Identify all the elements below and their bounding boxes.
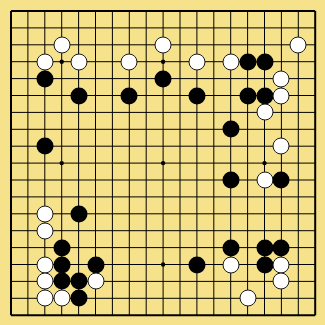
star-point xyxy=(262,161,266,165)
white-stone[interactable] xyxy=(121,53,138,70)
black-stone[interactable] xyxy=(53,273,70,290)
black-stone[interactable] xyxy=(273,239,290,256)
white-stone[interactable] xyxy=(273,138,290,155)
black-stone[interactable] xyxy=(70,205,87,222)
white-stone[interactable] xyxy=(36,290,53,307)
black-stone[interactable] xyxy=(188,256,205,273)
black-stone[interactable] xyxy=(121,87,138,104)
white-stone[interactable] xyxy=(53,290,70,307)
black-stone[interactable] xyxy=(70,273,87,290)
black-stone[interactable] xyxy=(256,256,273,273)
star-point xyxy=(60,60,64,64)
white-stone[interactable] xyxy=(70,53,87,70)
white-stone[interactable] xyxy=(188,53,205,70)
black-stone[interactable] xyxy=(222,121,239,138)
black-stone[interactable] xyxy=(188,87,205,104)
white-stone[interactable] xyxy=(36,222,53,239)
white-stone[interactable] xyxy=(273,87,290,104)
black-stone[interactable] xyxy=(239,87,256,104)
white-stone[interactable] xyxy=(36,205,53,222)
black-stone[interactable] xyxy=(256,239,273,256)
white-stone[interactable] xyxy=(290,36,307,53)
white-stone[interactable] xyxy=(239,290,256,307)
black-stone[interactable] xyxy=(87,256,104,273)
black-stone[interactable] xyxy=(239,53,256,70)
black-stone[interactable] xyxy=(273,172,290,189)
black-stone[interactable] xyxy=(36,70,53,87)
star-point xyxy=(161,60,165,64)
star-point xyxy=(161,262,165,266)
white-stone[interactable] xyxy=(222,53,239,70)
white-stone[interactable] xyxy=(87,273,104,290)
white-stone[interactable] xyxy=(222,256,239,273)
white-stone[interactable] xyxy=(273,273,290,290)
black-stone[interactable] xyxy=(256,53,273,70)
white-stone[interactable] xyxy=(36,273,53,290)
white-stone[interactable] xyxy=(273,256,290,273)
black-stone[interactable] xyxy=(53,239,70,256)
star-point xyxy=(60,161,64,165)
black-stone[interactable] xyxy=(53,256,70,273)
black-stone[interactable] xyxy=(70,290,87,307)
white-stone[interactable] xyxy=(53,36,70,53)
white-stone[interactable] xyxy=(273,70,290,87)
white-stone[interactable] xyxy=(155,36,172,53)
star-point xyxy=(161,161,165,165)
white-stone[interactable] xyxy=(256,172,273,189)
white-stone[interactable] xyxy=(36,53,53,70)
black-stone[interactable] xyxy=(70,87,87,104)
black-stone[interactable] xyxy=(222,172,239,189)
black-stone[interactable] xyxy=(222,239,239,256)
black-stone[interactable] xyxy=(256,87,273,104)
black-stone[interactable] xyxy=(155,70,172,87)
white-stone[interactable] xyxy=(36,256,53,273)
black-stone[interactable] xyxy=(36,138,53,155)
white-stone[interactable] xyxy=(256,104,273,121)
go-board[interactable] xyxy=(0,0,325,325)
